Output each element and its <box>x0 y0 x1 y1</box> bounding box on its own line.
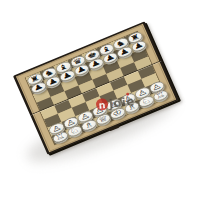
piece-glyph: ♕ <box>97 114 109 124</box>
watermark-text: joie <box>108 94 135 111</box>
piece-glyph: ♗ <box>83 120 95 130</box>
watermark-n-icon: n <box>95 98 108 111</box>
piece-glyph: ♘ <box>68 126 80 136</box>
piece-glyph: ♖ <box>54 132 66 142</box>
piece-glyph: ♘ <box>140 96 152 106</box>
product-photo: ♜♞♝♛♚♝♞♜♟♟♟♟♟♟♟♟♙♙♙♙♙♙♙♙♖♘♗♕♔♗♘♖ n joie <box>0 0 200 200</box>
piece-glyph: ♖ <box>154 90 166 100</box>
